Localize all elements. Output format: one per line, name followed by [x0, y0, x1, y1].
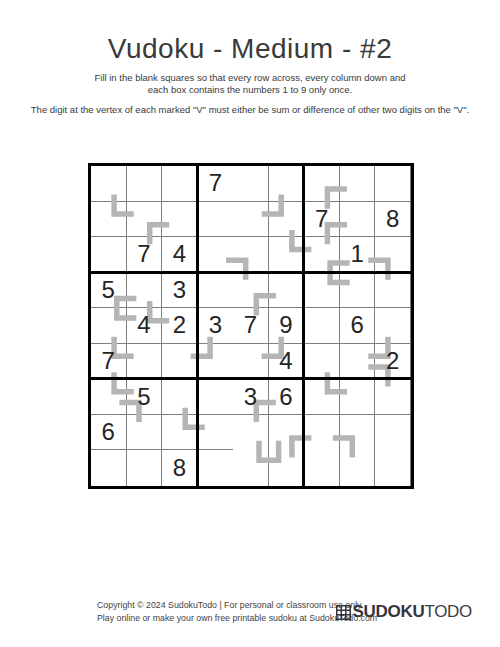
v-mark	[114, 372, 134, 392]
given-digit: 7	[315, 207, 328, 231]
instructions: Fill in the blank squares so that every …	[0, 72, 500, 95]
given-digit: 6	[350, 313, 363, 337]
given-digit: 5	[102, 278, 115, 302]
v-mark	[368, 260, 388, 280]
v-mark	[150, 301, 170, 321]
given-digit: 7	[137, 242, 150, 266]
given-digit: 2	[173, 313, 186, 337]
v-mark	[262, 337, 282, 357]
v-mark	[150, 225, 170, 245]
v-mark	[185, 408, 205, 428]
sudokutodo-logo: SUDOKUTODO	[336, 603, 472, 621]
v-mark	[114, 194, 134, 214]
board: 7787415342379674253668	[88, 163, 414, 489]
v-mark	[327, 189, 347, 209]
box-divider-vertical-2	[302, 166, 305, 486]
grid-icon	[336, 605, 351, 620]
instructions-line-1: Fill in the blank squares so that every …	[0, 72, 500, 84]
v-mark	[119, 402, 139, 422]
logo-text-sudoku: SUDOKU	[353, 602, 425, 622]
given-digit: 8	[173, 456, 186, 480]
given-digit: 9	[279, 313, 292, 337]
v-rule-text: The digit at the vertex of each marked "…	[0, 104, 500, 115]
given-digit: 8	[386, 207, 399, 231]
v-mark	[256, 402, 276, 422]
v-mark	[117, 298, 137, 318]
instructions-line-2: each box contains the numbers 1 to 9 onl…	[0, 84, 500, 96]
given-digit: 5	[137, 385, 150, 409]
given-digit: 1	[350, 242, 363, 266]
v-mark	[226, 260, 246, 280]
given-digit: 7	[244, 313, 257, 337]
v-mark	[333, 438, 353, 458]
page-title: Vudoku - Medium - #2	[0, 33, 500, 65]
given-digit: 7	[102, 349, 115, 373]
v-mark	[327, 225, 347, 245]
given-digit: 2	[386, 349, 399, 373]
given-digit: 3	[209, 313, 222, 337]
v-mark	[327, 372, 347, 392]
v-mark	[259, 441, 279, 461]
given-digit: 4	[137, 313, 150, 337]
given-digit: 7	[209, 171, 222, 195]
given-digit: 3	[244, 385, 257, 409]
box-divider-horizontal-2	[91, 377, 411, 380]
given-digit: 3	[173, 278, 186, 302]
box-divider-horizontal-1	[91, 271, 411, 274]
v-mark	[262, 194, 282, 214]
given-digit: 4	[279, 349, 292, 373]
v-mark	[256, 296, 276, 316]
given-digit: 6	[279, 385, 292, 409]
v-mark	[368, 337, 388, 357]
v-mark	[191, 337, 211, 357]
v-mark	[114, 337, 134, 357]
logo-text-todo: TODO	[424, 602, 472, 622]
given-digit: 4	[173, 242, 186, 266]
given-digit: 6	[102, 420, 115, 444]
box-divider-vertical-1	[196, 166, 199, 486]
